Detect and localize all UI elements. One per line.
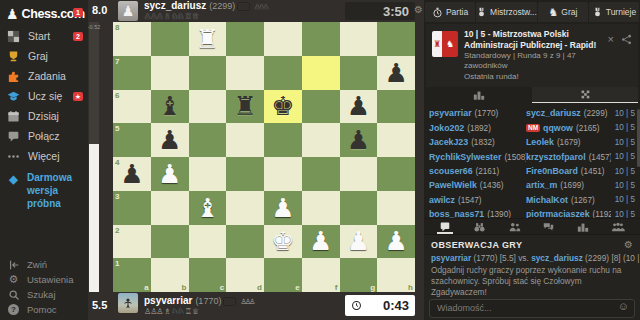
black-player-link[interactable]: artix_m bbox=[526, 180, 557, 190]
tab-games[interactable] bbox=[532, 87, 638, 103]
gradcap-icon bbox=[6, 89, 21, 103]
white-player-link[interactable]: RychlikSylwester bbox=[429, 152, 501, 162]
white-player-link[interactable]: psyvarriar bbox=[429, 108, 472, 118]
rank-label-3: 3 bbox=[115, 192, 119, 201]
chat-input[interactable] bbox=[429, 299, 635, 318]
tournament-meta: Standardowy | Runda 9 z 9 | 47 zawodnikó… bbox=[464, 51, 606, 71]
piece-black-P-b5[interactable]: ♟ bbox=[158, 127, 181, 153]
tab-players[interactable] bbox=[504, 219, 525, 234]
square-h2[interactable]: ♟ bbox=[377, 225, 415, 259]
top-captured-pawns: ♟♟♟ bbox=[254, 3, 267, 10]
pairing-row[interactable]: PawelWielk(1436)artix_m(1699)10 | 5 bbox=[429, 178, 635, 192]
square-d5[interactable] bbox=[226, 123, 264, 157]
rank-label-8: 8 bbox=[115, 23, 119, 32]
white-player-link[interactable]: awilcz bbox=[429, 195, 455, 205]
tab-partia[interactable]: Partia bbox=[425, 2, 475, 22]
square-g2[interactable]: ♟ bbox=[340, 225, 378, 259]
pairing-row[interactable]: JacekJ23(1832)Leolek(1679)10 | 5 bbox=[429, 135, 635, 149]
time-control: 10 | 5 bbox=[611, 195, 635, 204]
piece-black-K-e6[interactable]: ♚ bbox=[271, 93, 294, 119]
pairing-row[interactable]: psyvarriar(1770)sycz_dariusz(2299)10 | 5 bbox=[429, 106, 635, 120]
poland-flag-icon bbox=[238, 3, 249, 10]
white-player-link[interactable]: boss_nass71 bbox=[429, 209, 484, 218]
piece-black-P-g6[interactable]: ♟ bbox=[347, 93, 370, 119]
top-player-tournament-score: 8.0 bbox=[92, 4, 107, 16]
medal-icon bbox=[592, 7, 603, 18]
bottom-captured-pieces: ♙♙♙ ♗ ♘♘ ♖ ♕ bbox=[144, 308, 253, 316]
square-e7[interactable] bbox=[264, 56, 302, 90]
square-f1[interactable]: f bbox=[302, 258, 340, 292]
rank-label-7: 7 bbox=[115, 57, 119, 66]
file-label-d: d bbox=[257, 283, 262, 292]
square-d8[interactable] bbox=[226, 22, 264, 56]
file-label-g: g bbox=[370, 283, 375, 292]
square-a6[interactable]: 6 bbox=[113, 90, 151, 124]
observation-settings-gear-icon[interactable]: ⚙ bbox=[624, 239, 633, 250]
square-c6[interactable] bbox=[189, 90, 227, 124]
square-b3[interactable] bbox=[151, 191, 189, 225]
tournament-title: 10 | 5 - Mistrzostwa Polski Administracj… bbox=[464, 29, 606, 50]
piece-white-K-e2[interactable]: ♚ bbox=[271, 228, 294, 254]
gear-icon: ⚙ bbox=[7, 274, 20, 286]
black-player-link[interactable]: qqwow bbox=[543, 123, 573, 133]
square-h5[interactable] bbox=[377, 123, 415, 157]
file-label-c: c bbox=[220, 283, 224, 292]
time-control: 10 | 5 bbox=[611, 210, 635, 219]
stopwatch-icon bbox=[432, 7, 443, 18]
black-player-link[interactable]: krzysztofparol bbox=[526, 152, 586, 162]
time-control: 10 | 5 bbox=[611, 138, 635, 147]
square-a3[interactable]: 3 bbox=[113, 191, 151, 225]
square-h6[interactable] bbox=[377, 90, 415, 124]
square-g6[interactable]: ♟ bbox=[340, 90, 378, 124]
piece-white-P-g2[interactable]: ♟ bbox=[347, 228, 370, 254]
bottom-player-name[interactable]: psyvarriar bbox=[144, 296, 192, 306]
rank-label-4: 4 bbox=[115, 158, 119, 167]
square-d1[interactable]: d bbox=[226, 258, 264, 292]
pairing-row[interactable]: scouser66(2161)Fire0nBoard(1451)10 | 5 bbox=[429, 164, 635, 178]
tab-graj[interactable]: ♞Graj bbox=[538, 2, 588, 22]
binoculars-icon bbox=[473, 221, 486, 233]
sidebar-item-zadania[interactable]: Zadania bbox=[0, 66, 88, 86]
sidebar-nav: Start2GrajZadaniaUcz się★DzisiajPołączWi… bbox=[0, 26, 88, 166]
tab-observe[interactable] bbox=[469, 219, 490, 234]
board-settings-gear-icon[interactable]: ⚙ bbox=[414, 4, 423, 15]
square-e1[interactable]: e bbox=[264, 258, 302, 292]
chesscom-live-window: ♟ Chess.com 1 Start2GrajZadaniaUcz się★D… bbox=[0, 0, 640, 320]
bottom-player-rating: (1770) bbox=[195, 297, 221, 306]
tab-mistrzostw[interactable]: Mistrzostw... bbox=[476, 2, 537, 22]
time-control: 10 | 5 bbox=[611, 123, 635, 132]
sidebar-util-0[interactable]: Zwiń bbox=[0, 257, 88, 272]
right-panel-tabs: PartiaMistrzostw...♞GrajTurnieje bbox=[424, 0, 640, 22]
sidebar-util-3[interactable]: ?Pomoc bbox=[0, 302, 88, 317]
square-e4[interactable] bbox=[264, 157, 302, 191]
square-b1[interactable]: b bbox=[151, 258, 189, 292]
top-player-clock: 3:50 bbox=[345, 2, 415, 20]
top-player-avatar[interactable]: ♟ bbox=[118, 1, 138, 21]
bottom-player-avatar[interactable] bbox=[118, 293, 138, 313]
poland-flag-icon bbox=[224, 298, 235, 305]
black-player-link[interactable]: Leolek bbox=[526, 137, 554, 147]
bottom-captured-pawns: ♙♙♙ bbox=[240, 298, 253, 305]
square-b6[interactable]: ♝ bbox=[151, 90, 189, 124]
sidebar-item-start[interactable]: Start2 bbox=[0, 26, 88, 46]
guess-the-move-description: Odgadnij ruchy graczy poprzez wykonanie … bbox=[431, 265, 633, 297]
tab-standings-small[interactable] bbox=[573, 219, 593, 234]
square-c8[interactable]: ♜ bbox=[189, 22, 227, 56]
chat-message-box: ☺ bbox=[429, 297, 635, 316]
square-g8[interactable] bbox=[340, 22, 378, 56]
white-player-link[interactable]: scouser66 bbox=[429, 166, 473, 176]
pairing-row[interactable]: awilcz(1547)MichalKot(1267)10 | 5 bbox=[429, 193, 635, 207]
file-label-h: h bbox=[408, 283, 413, 292]
person-photo-figure bbox=[121, 296, 135, 310]
time-control: 10 | 5 bbox=[611, 152, 635, 161]
sidebar-item-więcej[interactable]: Więcej bbox=[0, 146, 88, 166]
sidebar-item-graj[interactable]: Graj bbox=[0, 46, 88, 66]
square-e8[interactable] bbox=[264, 22, 302, 56]
dots-icon bbox=[6, 149, 21, 163]
top-player-name[interactable]: sycz_dariusz bbox=[144, 1, 206, 11]
time-control: 10 | 5 bbox=[611, 181, 635, 190]
checkered-board-icon bbox=[580, 89, 591, 100]
square-a7[interactable]: 7 bbox=[113, 56, 151, 90]
black-player-link[interactable]: Fire0nBoard bbox=[526, 166, 578, 176]
tab-chats[interactable] bbox=[538, 219, 559, 234]
square-a8[interactable]: 8 bbox=[113, 22, 151, 56]
square-f3[interactable] bbox=[302, 191, 340, 225]
square-h4[interactable] bbox=[377, 157, 415, 191]
square-h7[interactable]: ♟ bbox=[377, 56, 415, 90]
podium-icon bbox=[473, 89, 485, 101]
rank-label-5: 5 bbox=[115, 124, 119, 133]
square-f5[interactable] bbox=[302, 123, 340, 157]
free-trial-link[interactable]: ◆ Darmowa wersja próbna bbox=[0, 166, 88, 215]
square-a5[interactable]: 5 bbox=[113, 123, 151, 157]
square-g4[interactable] bbox=[340, 157, 378, 191]
title-badge: NM bbox=[526, 124, 540, 133]
close-icon[interactable]: × bbox=[608, 34, 614, 45]
sidebar-util-1[interactable]: ⚙Ustawienia bbox=[0, 272, 88, 287]
people-icon bbox=[508, 221, 521, 233]
square-d7[interactable] bbox=[226, 56, 264, 90]
sidebar-util-2[interactable]: Szukaj bbox=[0, 287, 88, 302]
square-b8[interactable] bbox=[151, 22, 189, 56]
sidebar-item-ucz-się[interactable]: Ucz się★ bbox=[0, 86, 88, 106]
file-label-f: f bbox=[335, 283, 338, 292]
square-h8[interactable] bbox=[377, 22, 415, 56]
square-e3[interactable]: ♟ bbox=[264, 191, 302, 225]
square-g1[interactable]: g bbox=[340, 258, 378, 292]
square-a1[interactable]: 1a bbox=[113, 258, 151, 292]
top-captured-pieces: ♟♟♟ ♝ ♞♞ ♜ ♛ bbox=[144, 13, 267, 21]
tab-chat[interactable] bbox=[435, 219, 455, 234]
clock-icon bbox=[351, 300, 362, 311]
star-badge: ★ bbox=[73, 92, 83, 101]
tab-standings[interactable] bbox=[426, 87, 532, 103]
bottom-player-tournament-score: 5.5 bbox=[92, 299, 107, 311]
podium-icon bbox=[577, 221, 589, 233]
chess-board: 8♜7♟6♝♜♚♟5♟♟4♟♟3♝♟2♚♟♟♟1abcdefgh bbox=[113, 22, 415, 292]
square-f6[interactable] bbox=[302, 90, 340, 124]
piece-white-B-c3[interactable]: ♝ bbox=[196, 195, 219, 221]
black-player-link[interactable]: sycz_dariusz bbox=[526, 108, 581, 118]
black-player-link[interactable]: MichalKot bbox=[526, 195, 568, 205]
time-control: 10 | 5 bbox=[611, 109, 635, 118]
square-d6[interactable]: ♜ bbox=[226, 90, 264, 124]
versus-line: psyvarriar (1770) [5.5] vs. sycz_dariusz… bbox=[431, 253, 633, 263]
piece-white-P-f2[interactable]: ♟ bbox=[309, 228, 332, 254]
sidebar: ♟ Chess.com 1 Start2GrajZadaniaUcz się★D… bbox=[0, 0, 88, 320]
diamond-icon: ◆ bbox=[6, 172, 21, 186]
piece-white-P-e3[interactable]: ♟ bbox=[271, 195, 294, 221]
chat-icon bbox=[6, 129, 21, 143]
file-label-b: b bbox=[182, 283, 187, 292]
free-trial-label: Darmowa wersja próbna bbox=[27, 171, 82, 210]
square-g5[interactable]: ♟ bbox=[340, 123, 378, 157]
tournament-note: Ostatnia runda! bbox=[464, 72, 606, 82]
square-d4[interactable] bbox=[226, 157, 264, 191]
medal-icon bbox=[476, 7, 487, 18]
piece-black-P-h7[interactable]: ♟ bbox=[384, 60, 407, 86]
rank-label-6: 6 bbox=[115, 91, 119, 100]
chesscom-logo[interactable]: ♟ Chess.com 1 bbox=[0, 0, 88, 26]
square-c4[interactable] bbox=[189, 157, 227, 191]
help-icon: ? bbox=[7, 304, 20, 316]
piece-white-R-c8[interactable]: ♜ bbox=[196, 26, 219, 52]
pairing-row[interactable]: Joko202(1892)NMqqwow(2165)10 | 5 bbox=[429, 121, 635, 135]
tab-community[interactable] bbox=[607, 219, 629, 234]
square-c1[interactable]: c bbox=[189, 258, 227, 292]
piece-white-P-h2[interactable]: ♟ bbox=[384, 228, 407, 254]
square-e5[interactable] bbox=[264, 123, 302, 157]
square-b4[interactable]: ♟ bbox=[151, 157, 189, 191]
square-g3[interactable] bbox=[340, 191, 378, 225]
tournament-card[interactable]: ♜♞ 10 | 5 - Mistrzostwa Polski Administr… bbox=[426, 24, 638, 87]
time-control: 10 | 5 bbox=[611, 167, 635, 176]
pawn-logo-icon: ♟ bbox=[6, 7, 19, 21]
white-player-link[interactable]: PawelWielk bbox=[429, 180, 477, 190]
square-f2[interactable]: ♟ bbox=[302, 225, 340, 259]
pairings-list: psyvarriar(1770)sycz_dariusz(2299)10 | 5… bbox=[424, 103, 640, 218]
square-g7[interactable] bbox=[340, 56, 378, 90]
piece-black-R-d6[interactable]: ♜ bbox=[233, 93, 256, 119]
square-b5[interactable]: ♟ bbox=[151, 123, 189, 157]
sidebar-item-połącz[interactable]: Połącz bbox=[0, 126, 88, 146]
piece-black-P-g5[interactable]: ♟ bbox=[347, 127, 370, 153]
square-c5[interactable] bbox=[189, 123, 227, 157]
trophy-icon bbox=[6, 49, 21, 63]
pairing-row[interactable]: boss_nass71(1390)piotrmaciaszek(1192)10 … bbox=[429, 207, 635, 218]
square-a2[interactable]: 2 bbox=[113, 225, 151, 259]
calendar-icon bbox=[6, 109, 21, 123]
tab-turnieje[interactable]: Turnieje bbox=[589, 2, 639, 22]
rank-label-1: 1 bbox=[115, 259, 119, 268]
piece-black-B-b6[interactable]: ♝ bbox=[158, 93, 181, 119]
board-icon bbox=[6, 29, 21, 43]
square-f8[interactable] bbox=[302, 22, 340, 56]
sidebar-item-dzisiaj[interactable]: Dzisiaj bbox=[0, 106, 88, 126]
search-icon bbox=[7, 289, 20, 301]
notification-badge: 1 bbox=[73, 8, 83, 17]
tournament-subtabs bbox=[426, 87, 638, 103]
chat-bubbles-icon bbox=[542, 221, 555, 233]
panel-icon-bar bbox=[424, 218, 640, 235]
square-h1[interactable]: h bbox=[377, 258, 415, 292]
piece-white-P-b4[interactable]: ♟ bbox=[158, 161, 181, 187]
top-player-rating: (2299) bbox=[209, 2, 235, 11]
square-b7[interactable] bbox=[151, 56, 189, 90]
collapse-icon bbox=[7, 259, 20, 271]
observation-header: OBSERWACJA GRY bbox=[431, 240, 633, 250]
pairing-row[interactable]: RychlikSylwester(1508)krzysztofparol(145… bbox=[429, 149, 635, 163]
sidebar-utils: Zwiń⚙UstawieniaSzukaj?Pomoc bbox=[0, 257, 88, 317]
tournament-logo: ♜♞ bbox=[432, 31, 458, 57]
white-player-link[interactable]: Joko202 bbox=[429, 123, 464, 133]
white-player-link[interactable]: JacekJ23 bbox=[429, 137, 468, 147]
square-e6[interactable]: ♚ bbox=[264, 90, 302, 124]
file-label-e: e bbox=[295, 283, 299, 292]
file-label-a: a bbox=[144, 283, 148, 292]
square-b2[interactable] bbox=[151, 225, 189, 259]
board-area: 8.0 ♟ sycz_dariusz (2299) ♟♟♟ ♟♟♟ ♝ ♞♞ ♜… bbox=[88, 0, 424, 320]
puzzle-icon bbox=[6, 69, 21, 83]
notification-badge: 2 bbox=[73, 32, 83, 41]
square-a4[interactable]: 4♟ bbox=[113, 157, 151, 191]
square-d2[interactable] bbox=[226, 225, 264, 259]
square-h3[interactable] bbox=[377, 191, 415, 225]
evaluation-bar-white bbox=[89, 144, 99, 293]
bottom-player-card: 5.5 psyvarriar (1770) ♙♙♙ ♙♙♙ ♗ ♘♘ ♖ ♕ bbox=[88, 292, 424, 320]
knight-icon: ♞ bbox=[548, 7, 558, 18]
bottom-player-clock: 0:43 bbox=[345, 295, 415, 316]
chat-bubble-icon bbox=[439, 221, 451, 233]
black-player-link[interactable]: piotrmaciaszek bbox=[526, 209, 590, 218]
square-f7[interactable] bbox=[302, 56, 340, 90]
square-e2[interactable]: ♚ bbox=[264, 225, 302, 259]
rank-label-2: 2 bbox=[115, 226, 119, 235]
top-player-card: 8.0 ♟ sycz_dariusz (2299) ♟♟♟ ♟♟♟ ♝ ♞♞ ♜… bbox=[88, 0, 424, 22]
crowd-icon bbox=[611, 221, 625, 233]
emoji-smiley-icon[interactable]: ☺ bbox=[618, 300, 629, 312]
share-icon[interactable] bbox=[621, 34, 632, 45]
piece-black-P-a4[interactable]: ♟ bbox=[120, 161, 143, 187]
square-c3[interactable]: ♝ bbox=[189, 191, 227, 225]
square-c2[interactable] bbox=[189, 225, 227, 259]
square-f4[interactable] bbox=[302, 157, 340, 191]
square-c7[interactable] bbox=[189, 56, 227, 90]
black-player-link[interactable]: sycz_dariusz bbox=[531, 253, 583, 263]
right-panel: PartiaMistrzostw...♞GrajTurnieje ♜♞ 10 |… bbox=[424, 0, 640, 320]
white-player-link[interactable]: psyvarriar bbox=[431, 253, 471, 263]
evaluation-bar: -0.52 bbox=[89, 22, 99, 292]
square-d3[interactable] bbox=[226, 191, 264, 225]
